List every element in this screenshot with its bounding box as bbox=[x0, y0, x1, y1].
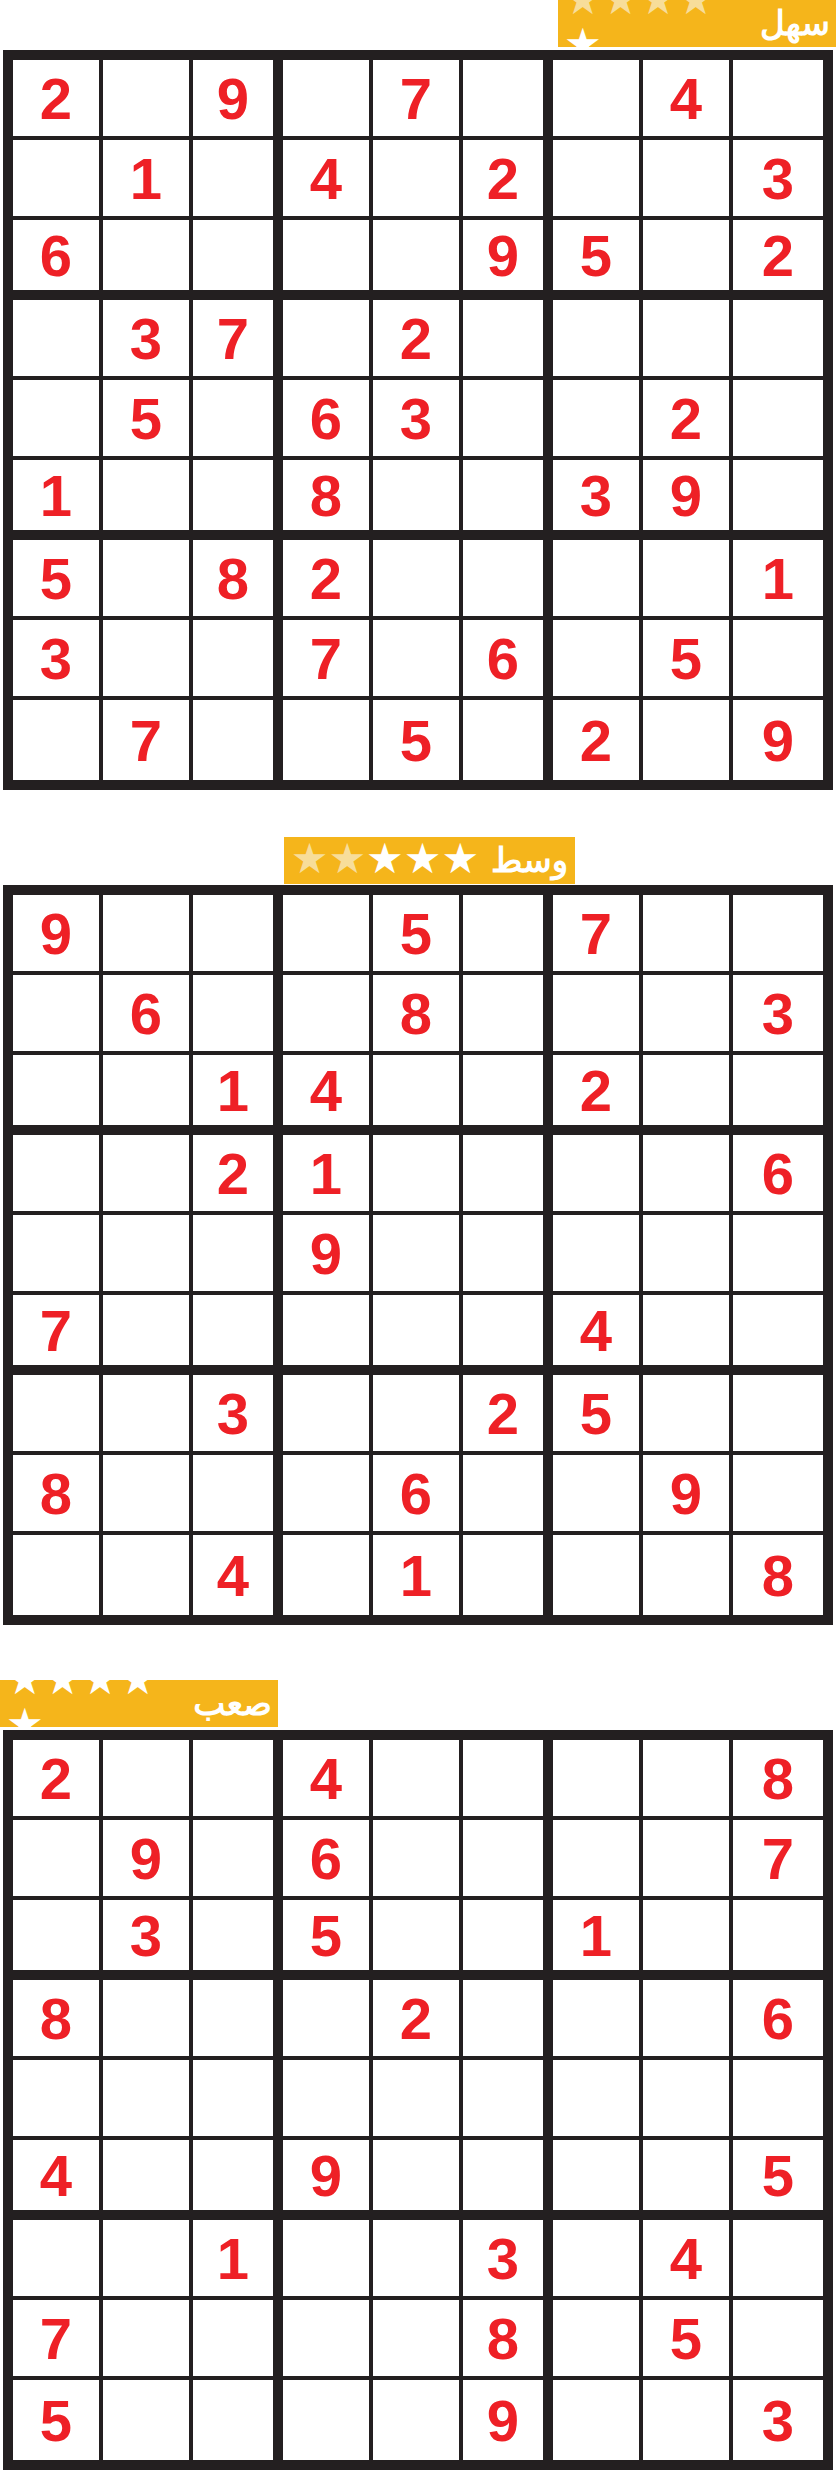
sudoku-cell-r2c8 bbox=[643, 1820, 733, 1900]
sudoku-cell-r6c1: 4 bbox=[13, 2140, 103, 2220]
sudoku-cell-r2c6: 2 bbox=[463, 140, 553, 220]
sudoku-cell-r6c5 bbox=[373, 1295, 463, 1375]
sudoku-cell-r1c7: 7 bbox=[553, 895, 643, 975]
sudoku-cell-r5c3 bbox=[193, 1215, 283, 1295]
sudoku-cell-r1c7 bbox=[553, 1740, 643, 1820]
sudoku-cell-r4c3: 7 bbox=[193, 300, 283, 380]
sudoku-cell-r5c1 bbox=[13, 380, 103, 460]
sudoku-cell-r5c4: 9 bbox=[283, 1215, 373, 1295]
sudoku-cell-r5c5 bbox=[373, 1215, 463, 1295]
sudoku-cell-r7c6: 2 bbox=[463, 1375, 553, 1455]
sudoku-cell-r2c1 bbox=[13, 140, 103, 220]
sudoku-cell-r4c2: 3 bbox=[103, 300, 193, 380]
sudoku-cell-r9c5 bbox=[373, 2380, 463, 2460]
sudoku-cell-r8c1: 8 bbox=[13, 1455, 103, 1535]
sudoku-cell-r5c3 bbox=[193, 2060, 283, 2140]
sudoku-cell-r9c9: 9 bbox=[733, 700, 823, 780]
sudoku-cell-r5c2 bbox=[103, 2060, 193, 2140]
sudoku-cell-r4c7 bbox=[553, 300, 643, 380]
sudoku-cell-r7c3: 3 bbox=[193, 1375, 283, 1455]
sudoku-cell-r1c1: 9 bbox=[13, 895, 103, 975]
star-icon-empty: ★ bbox=[564, 0, 602, 22]
sudoku-cell-r4c9: 6 bbox=[733, 1980, 823, 2060]
sudoku-cell-r5c1 bbox=[13, 2060, 103, 2140]
sudoku-cell-r9c9: 3 bbox=[733, 2380, 823, 2460]
sudoku-cell-r7c5 bbox=[373, 1375, 463, 1455]
sudoku-cell-r2c6 bbox=[463, 975, 553, 1055]
sudoku-cell-r6c4: 9 bbox=[283, 2140, 373, 2220]
sudoku-cell-r9c6 bbox=[463, 1535, 553, 1615]
sudoku-cell-r1c9: 8 bbox=[733, 1740, 823, 1820]
sudoku-cell-r6c8: 9 bbox=[643, 460, 733, 540]
star-icon-filled: ★ bbox=[441, 837, 479, 881]
sudoku-cell-r9c4 bbox=[283, 2380, 373, 2460]
sudoku-cell-r6c8 bbox=[643, 2140, 733, 2220]
sudoku-cell-r1c8: 4 bbox=[643, 60, 733, 140]
sudoku-cell-r4c6 bbox=[463, 1135, 553, 1215]
sudoku-cell-r4c5 bbox=[373, 1135, 463, 1215]
sudoku-cell-r5c2 bbox=[103, 1215, 193, 1295]
sudoku-cell-r6c5 bbox=[373, 2140, 463, 2220]
sudoku-cell-r2c3 bbox=[193, 1820, 283, 1900]
sudoku-cell-r9c6 bbox=[463, 700, 553, 780]
sudoku-cell-r2c4: 6 bbox=[283, 1820, 373, 1900]
sudoku-cell-r4c8 bbox=[643, 300, 733, 380]
sudoku-cell-r2c7 bbox=[553, 1820, 643, 1900]
sudoku-cell-r5c6 bbox=[463, 2060, 553, 2140]
sudoku-cell-r2c2: 9 bbox=[103, 1820, 193, 1900]
sudoku-cell-r4c2 bbox=[103, 1135, 193, 1215]
sudoku-cell-r1c3 bbox=[193, 895, 283, 975]
sudoku-cell-r3c3 bbox=[193, 1900, 283, 1980]
sudoku-cell-r9c4 bbox=[283, 1535, 373, 1615]
sudoku-cell-r6c3 bbox=[193, 2140, 283, 2220]
sudoku-cell-r7c2 bbox=[103, 1375, 193, 1455]
sudoku-cell-r9c4 bbox=[283, 700, 373, 780]
sudoku-cell-r9c1: 5 bbox=[13, 2380, 103, 2460]
sudoku-cell-r8c8: 5 bbox=[643, 620, 733, 700]
sudoku-cell-r3c3: 1 bbox=[193, 1055, 283, 1135]
sudoku-cell-r6c1: 1 bbox=[13, 460, 103, 540]
sudoku-cell-r8c2 bbox=[103, 1455, 193, 1535]
star-icon-empty: ★ bbox=[291, 837, 329, 881]
sudoku-cell-r2c3 bbox=[193, 140, 283, 220]
sudoku-cell-r6c4: 8 bbox=[283, 460, 373, 540]
sudoku-cell-r3c8 bbox=[643, 220, 733, 300]
sudoku-cell-r9c9: 8 bbox=[733, 1535, 823, 1615]
sudoku-cell-r1c2 bbox=[103, 60, 193, 140]
sudoku-cell-r2c2: 6 bbox=[103, 975, 193, 1055]
sudoku-cell-r8c9 bbox=[733, 620, 823, 700]
sudoku-cell-r9c8 bbox=[643, 2380, 733, 2460]
sudoku-cell-r6c2 bbox=[103, 460, 193, 540]
sudoku-cell-r8c7 bbox=[553, 620, 643, 700]
sudoku-cell-r6c6 bbox=[463, 2140, 553, 2220]
sudoku-cell-r8c9 bbox=[733, 1455, 823, 1535]
sudoku-cell-r8c7 bbox=[553, 2300, 643, 2380]
star-icon-empty: ★ bbox=[639, 0, 677, 22]
sudoku-cell-r3c3 bbox=[193, 220, 283, 300]
sudoku-cell-r7c7 bbox=[553, 2220, 643, 2300]
sudoku-cell-r4c3: 2 bbox=[193, 1135, 283, 1215]
sudoku-cell-r2c3 bbox=[193, 975, 283, 1055]
sudoku-cell-r3c8 bbox=[643, 1055, 733, 1135]
sudoku-grid-easy: 29741423695237256321839582137657529 bbox=[3, 50, 833, 790]
sudoku-cell-r2c5: 8 bbox=[373, 975, 463, 1055]
sudoku-cell-r8c3 bbox=[193, 1455, 283, 1535]
sudoku-cell-r7c2 bbox=[103, 2220, 193, 2300]
sudoku-cell-r7c8 bbox=[643, 1375, 733, 1455]
sudoku-cell-r5c2: 5 bbox=[103, 380, 193, 460]
sudoku-cell-r4c5: 2 bbox=[373, 300, 463, 380]
sudoku-cell-r6c6 bbox=[463, 1295, 553, 1375]
sudoku-cell-r5c9 bbox=[733, 2060, 823, 2140]
sudoku-cell-r6c9 bbox=[733, 460, 823, 540]
star-icon-filled: ★ bbox=[404, 837, 442, 881]
sudoku-cell-r4c4 bbox=[283, 300, 373, 380]
sudoku-cell-r4c4: 1 bbox=[283, 1135, 373, 1215]
sudoku-cell-r6c9: 5 bbox=[733, 2140, 823, 2220]
sudoku-cell-r1c4: 4 bbox=[283, 1740, 373, 1820]
sudoku-cell-r3c6: 9 bbox=[463, 220, 553, 300]
sudoku-cell-r6c7 bbox=[553, 2140, 643, 2220]
sudoku-cell-r4c3 bbox=[193, 1980, 283, 2060]
sudoku-cell-r2c9: 3 bbox=[733, 975, 823, 1055]
sudoku-cell-r6c9 bbox=[733, 1295, 823, 1375]
sudoku-cell-r1c6 bbox=[463, 1740, 553, 1820]
star-icon-empty: ★ bbox=[328, 837, 366, 881]
sudoku-cell-r5c9 bbox=[733, 380, 823, 460]
sudoku-cell-r3c5 bbox=[373, 1055, 463, 1135]
sudoku-cell-r2c5 bbox=[373, 140, 463, 220]
sudoku-cell-r5c1 bbox=[13, 1215, 103, 1295]
difficulty-banner-hard: ★★★★★ صعب bbox=[0, 1680, 278, 1727]
star-icon-empty: ★ bbox=[602, 0, 640, 22]
sudoku-cell-r5c7 bbox=[553, 380, 643, 460]
sudoku-cell-r4c4 bbox=[283, 1980, 373, 2060]
sudoku-cell-r1c3: 9 bbox=[193, 60, 283, 140]
sudoku-cell-r4c8 bbox=[643, 1135, 733, 1215]
sudoku-cell-r7c2 bbox=[103, 540, 193, 620]
sudoku-cell-r8c8: 5 bbox=[643, 2300, 733, 2380]
sudoku-cell-r7c8: 4 bbox=[643, 2220, 733, 2300]
sudoku-cell-r9c8 bbox=[643, 700, 733, 780]
sudoku-cell-r3c1 bbox=[13, 1900, 103, 1980]
sudoku-cell-r3c9 bbox=[733, 1055, 823, 1135]
sudoku-cell-r7c3: 1 bbox=[193, 2220, 283, 2300]
sudoku-cell-r2c8 bbox=[643, 975, 733, 1055]
sudoku-cell-r9c5: 5 bbox=[373, 700, 463, 780]
sudoku-cell-r7c8 bbox=[643, 540, 733, 620]
sudoku-cell-r6c4 bbox=[283, 1295, 373, 1375]
sudoku-cell-r4c7 bbox=[553, 1135, 643, 1215]
sudoku-cell-r7c4 bbox=[283, 2220, 373, 2300]
sudoku-cell-r2c4: 4 bbox=[283, 140, 373, 220]
sudoku-cell-r3c6 bbox=[463, 1055, 553, 1135]
sudoku-cell-r4c5: 2 bbox=[373, 1980, 463, 2060]
star-icon-filled: ★ bbox=[81, 1658, 119, 1702]
sudoku-cell-r1c5 bbox=[373, 1740, 463, 1820]
sudoku-cell-r1c8 bbox=[643, 895, 733, 975]
sudoku-cell-r1c7 bbox=[553, 60, 643, 140]
sudoku-cell-r3c5 bbox=[373, 1900, 463, 1980]
sudoku-cell-r5c6 bbox=[463, 380, 553, 460]
sudoku-cell-r4c1 bbox=[13, 1135, 103, 1215]
sudoku-cell-r8c1: 3 bbox=[13, 620, 103, 700]
sudoku-cell-r7c6: 3 bbox=[463, 2220, 553, 2300]
sudoku-cell-r7c1 bbox=[13, 2220, 103, 2300]
sudoku-cell-r1c8 bbox=[643, 1740, 733, 1820]
sudoku-cell-r8c8: 9 bbox=[643, 1455, 733, 1535]
sudoku-cell-r1c9 bbox=[733, 895, 823, 975]
sudoku-cell-r6c6 bbox=[463, 460, 553, 540]
sudoku-cell-r5c6 bbox=[463, 1215, 553, 1295]
sudoku-cell-r7c1 bbox=[13, 1375, 103, 1455]
sudoku-cell-r4c8 bbox=[643, 1980, 733, 2060]
sudoku-cell-r2c9: 7 bbox=[733, 1820, 823, 1900]
sudoku-cell-r3c2 bbox=[103, 1055, 193, 1135]
sudoku-cell-r7c5 bbox=[373, 2220, 463, 2300]
sudoku-cell-r8c4: 7 bbox=[283, 620, 373, 700]
sudoku-cell-r6c8 bbox=[643, 1295, 733, 1375]
sudoku-cell-r5c8: 2 bbox=[643, 380, 733, 460]
sudoku-cell-r2c6 bbox=[463, 1820, 553, 1900]
sudoku-cell-r5c4: 6 bbox=[283, 380, 373, 460]
sudoku-cell-r6c3 bbox=[193, 1295, 283, 1375]
sudoku-cell-r7c3: 8 bbox=[193, 540, 283, 620]
sudoku-cell-r3c7: 2 bbox=[553, 1055, 643, 1135]
star-icon-empty: ★ bbox=[677, 0, 715, 22]
sudoku-cell-r8c9 bbox=[733, 2300, 823, 2380]
sudoku-cell-r1c2 bbox=[103, 1740, 193, 1820]
sudoku-cell-r8c3 bbox=[193, 620, 283, 700]
sudoku-cell-r8c3 bbox=[193, 2300, 283, 2380]
sudoku-cell-r2c8 bbox=[643, 140, 733, 220]
sudoku-cell-r4c2 bbox=[103, 1980, 193, 2060]
sudoku-cell-r1c9 bbox=[733, 60, 823, 140]
sudoku-cell-r1c1: 2 bbox=[13, 1740, 103, 1820]
sudoku-cell-r5c9 bbox=[733, 1215, 823, 1295]
sudoku-cell-r7c7: 5 bbox=[553, 1375, 643, 1455]
sudoku-cell-r2c9: 3 bbox=[733, 140, 823, 220]
sudoku-cell-r8c1: 7 bbox=[13, 2300, 103, 2380]
sudoku-cell-r8c6: 8 bbox=[463, 2300, 553, 2380]
sudoku-cell-r3c4 bbox=[283, 220, 373, 300]
sudoku-cell-r9c1 bbox=[13, 700, 103, 780]
sudoku-cell-r8c2 bbox=[103, 620, 193, 700]
sudoku-cell-r8c5: 6 bbox=[373, 1455, 463, 1535]
sudoku-cell-r5c8 bbox=[643, 1215, 733, 1295]
sudoku-cell-r9c1 bbox=[13, 1535, 103, 1615]
sudoku-cell-r7c9 bbox=[733, 2220, 823, 2300]
sudoku-cell-r9c3 bbox=[193, 2380, 283, 2460]
sudoku-cell-r8c5 bbox=[373, 620, 463, 700]
sudoku-cell-r3c2: 3 bbox=[103, 1900, 193, 1980]
sudoku-cell-r8c7 bbox=[553, 1455, 643, 1535]
sudoku-page: ★★★★★ سهل 297414236952372563218395821376… bbox=[0, 0, 836, 2478]
sudoku-cell-r9c2 bbox=[103, 2380, 193, 2460]
sudoku-cell-r3c4: 5 bbox=[283, 1900, 373, 1980]
star-icon-filled: ★ bbox=[6, 1658, 44, 1702]
sudoku-cell-r3c7: 1 bbox=[553, 1900, 643, 1980]
sudoku-cell-r4c9 bbox=[733, 300, 823, 380]
sudoku-cell-r4c1: 8 bbox=[13, 1980, 103, 2060]
sudoku-cell-r4c6 bbox=[463, 300, 553, 380]
sudoku-cell-r2c5 bbox=[373, 1820, 463, 1900]
sudoku-cell-r7c4: 2 bbox=[283, 540, 373, 620]
sudoku-cell-r1c6 bbox=[463, 60, 553, 140]
sudoku-cell-r2c7 bbox=[553, 975, 643, 1055]
sudoku-cell-r6c1: 7 bbox=[13, 1295, 103, 1375]
sudoku-cell-r7c6 bbox=[463, 540, 553, 620]
sudoku-cell-r7c5 bbox=[373, 540, 463, 620]
sudoku-cell-r6c2 bbox=[103, 1295, 193, 1375]
sudoku-cell-r9c3 bbox=[193, 700, 283, 780]
sudoku-cell-r9c3: 4 bbox=[193, 1535, 283, 1615]
sudoku-cell-r3c1 bbox=[13, 1055, 103, 1135]
sudoku-cell-r6c7: 4 bbox=[553, 1295, 643, 1375]
sudoku-grid-medium: 957683142216974325869418 bbox=[3, 885, 833, 1625]
sudoku-cell-r3c5 bbox=[373, 220, 463, 300]
sudoku-cell-r2c7 bbox=[553, 140, 643, 220]
sudoku-cell-r5c8 bbox=[643, 2060, 733, 2140]
sudoku-cell-r8c6: 6 bbox=[463, 620, 553, 700]
sudoku-grid-hard: 248967351826495134785593 bbox=[3, 1730, 833, 2470]
sudoku-cell-r3c6 bbox=[463, 1900, 553, 1980]
sudoku-cell-r1c4 bbox=[283, 60, 373, 140]
sudoku-cell-r3c1: 6 bbox=[13, 220, 103, 300]
sudoku-cell-r4c7 bbox=[553, 1980, 643, 2060]
sudoku-cell-r1c1: 2 bbox=[13, 60, 103, 140]
sudoku-cell-r9c6: 9 bbox=[463, 2380, 553, 2460]
sudoku-cell-r3c2 bbox=[103, 220, 193, 300]
sudoku-cell-r5c4 bbox=[283, 2060, 373, 2140]
sudoku-cell-r9c7 bbox=[553, 2380, 643, 2460]
sudoku-cell-r5c7 bbox=[553, 2060, 643, 2140]
sudoku-cell-r9c8 bbox=[643, 1535, 733, 1615]
sudoku-cell-r5c5: 3 bbox=[373, 380, 463, 460]
sudoku-cell-r7c9: 1 bbox=[733, 540, 823, 620]
sudoku-cell-r5c5 bbox=[373, 2060, 463, 2140]
star-icon-filled: ★ bbox=[119, 1658, 157, 1702]
sudoku-cell-r3c8 bbox=[643, 1900, 733, 1980]
sudoku-cell-r4c1 bbox=[13, 300, 103, 380]
sudoku-cell-r1c5: 7 bbox=[373, 60, 463, 140]
sudoku-cell-r6c3 bbox=[193, 460, 283, 540]
sudoku-cell-r6c2 bbox=[103, 2140, 193, 2220]
sudoku-cell-r7c4 bbox=[283, 1375, 373, 1455]
sudoku-cell-r6c7: 3 bbox=[553, 460, 643, 540]
sudoku-cell-r5c7 bbox=[553, 1215, 643, 1295]
sudoku-cell-r8c6 bbox=[463, 1455, 553, 1535]
sudoku-cell-r7c7 bbox=[553, 540, 643, 620]
sudoku-cell-r8c4 bbox=[283, 2300, 373, 2380]
sudoku-cell-r7c9 bbox=[733, 1375, 823, 1455]
sudoku-cell-r1c4 bbox=[283, 895, 373, 975]
star-icon-filled: ★ bbox=[366, 837, 404, 881]
sudoku-cell-r2c2: 1 bbox=[103, 140, 193, 220]
sudoku-cell-r3c4: 4 bbox=[283, 1055, 373, 1135]
sudoku-cell-r3c9: 2 bbox=[733, 220, 823, 300]
sudoku-cell-r8c2 bbox=[103, 2300, 193, 2380]
sudoku-cell-r9c7: 2 bbox=[553, 700, 643, 780]
sudoku-cell-r8c5 bbox=[373, 2300, 463, 2380]
sudoku-cell-r9c5: 1 bbox=[373, 1535, 463, 1615]
sudoku-cell-r9c2 bbox=[103, 1535, 193, 1615]
difficulty-banner-medium: ★★★★★ وسط bbox=[284, 837, 575, 884]
sudoku-cell-r3c7: 5 bbox=[553, 220, 643, 300]
sudoku-cell-r6c5 bbox=[373, 460, 463, 540]
difficulty-label: وسط bbox=[491, 837, 568, 884]
sudoku-cell-r4c9: 6 bbox=[733, 1135, 823, 1215]
sudoku-cell-r5c3 bbox=[193, 380, 283, 460]
sudoku-cell-r9c2: 7 bbox=[103, 700, 193, 780]
sudoku-cell-r9c7 bbox=[553, 1535, 643, 1615]
sudoku-cell-r7c1: 5 bbox=[13, 540, 103, 620]
difficulty-label: سهل bbox=[760, 0, 830, 47]
sudoku-cell-r4c6 bbox=[463, 1980, 553, 2060]
sudoku-cell-r3c9 bbox=[733, 1900, 823, 1980]
sudoku-cell-r2c4 bbox=[283, 975, 373, 1055]
sudoku-cell-r1c5: 5 bbox=[373, 895, 463, 975]
sudoku-cell-r1c3 bbox=[193, 1740, 283, 1820]
star-icon-filled: ★ bbox=[44, 1658, 82, 1702]
sudoku-cell-r2c1 bbox=[13, 1820, 103, 1900]
star-rating: ★★★★★ bbox=[291, 839, 479, 883]
sudoku-cell-r8c4 bbox=[283, 1455, 373, 1535]
sudoku-cell-r2c1 bbox=[13, 975, 103, 1055]
difficulty-label: صعب bbox=[193, 1680, 272, 1727]
sudoku-cell-r1c2 bbox=[103, 895, 193, 975]
sudoku-cell-r1c6 bbox=[463, 895, 553, 975]
difficulty-banner-easy: ★★★★★ سهل bbox=[558, 0, 836, 47]
